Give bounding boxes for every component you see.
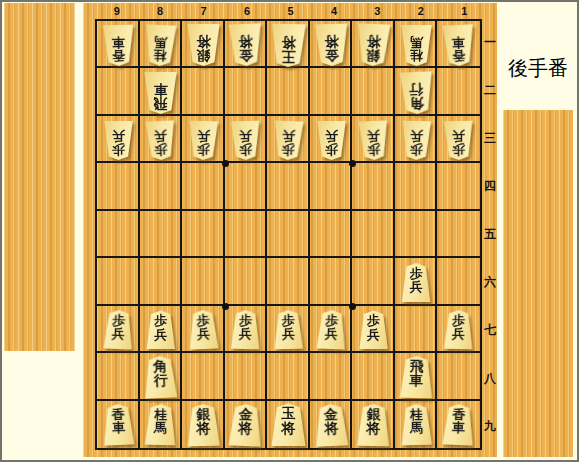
piece-kanji: 兵 (282, 327, 295, 341)
piece-kanji: 兵 (111, 327, 125, 341)
piece-kanji: 将 (324, 34, 338, 49)
shogi-piece-sente[interactable]: 歩兵 (401, 263, 432, 302)
shogi-piece-sente[interactable]: 桂馬 (144, 404, 178, 446)
file-label: 7 (182, 3, 225, 19)
shogi-piece-sente[interactable]: 歩兵 (315, 310, 348, 350)
piece-kanji: 行 (409, 81, 424, 96)
piece-kanji: 歩 (197, 142, 210, 156)
file-coordinate-labels: 987654321 (95, 3, 486, 19)
rank-coordinate-labels: 一二三四五六七八九 (483, 19, 497, 450)
pieces-layer: 香車桂馬銀将金将王将金将銀将桂馬香車飛車角行歩兵歩兵歩兵歩兵歩兵歩兵歩兵歩兵歩兵… (97, 21, 480, 448)
piece-kanji: 兵 (410, 280, 423, 293)
piece-kanji: 将 (282, 422, 296, 436)
rank-label: 一 (483, 19, 497, 67)
piece-kanji: 兵 (452, 129, 465, 143)
file-label: 2 (399, 3, 442, 19)
piece-face: 歩兵 (187, 310, 220, 350)
file-label: 6 (225, 3, 268, 19)
piece-face: 香車 (101, 24, 135, 66)
piece-kanji: 歩 (452, 142, 465, 156)
piece-face: 香車 (441, 404, 476, 446)
shogi-piece-gote[interactable]: 桂馬 (143, 24, 178, 66)
piece-kanji: 兵 (324, 327, 338, 341)
shogi-piece-sente[interactable]: 歩兵 (273, 310, 305, 350)
shogi-piece-sente[interactable]: 香車 (101, 404, 136, 446)
rank-label: 四 (483, 163, 497, 211)
piece-kanji: 歩 (325, 142, 338, 155)
piece-face: 歩兵 (443, 120, 475, 160)
rank-label: 八 (483, 354, 497, 402)
piece-kanji: 銀 (366, 48, 381, 63)
piece-face: 歩兵 (230, 310, 262, 350)
piece-kanji: 馬 (154, 421, 167, 435)
piece-face: 歩兵 (272, 120, 305, 160)
piece-kanji: 兵 (197, 129, 210, 143)
piece-kanji: 香 (112, 48, 125, 62)
piece-kanji: 歩 (409, 142, 422, 156)
piece-kanji: 車 (112, 421, 126, 435)
shogi-board: 987654321 一二三四五六七八九 香車桂馬銀将金将王将金将銀将桂馬香車飛車… (83, 3, 497, 457)
piece-kanji: 歩 (154, 314, 167, 327)
shogi-piece-gote[interactable]: 歩兵 (400, 120, 432, 160)
shogi-piece-sente[interactable]: 歩兵 (230, 310, 262, 350)
piece-face: 歩兵 (400, 120, 432, 160)
piece-kanji: 銀 (367, 408, 381, 423)
piece-face: 歩兵 (145, 120, 178, 160)
shogi-piece-sente[interactable]: 玉将 (270, 403, 307, 446)
shogi-piece-gote[interactable]: 歩兵 (272, 120, 305, 160)
shogi-piece-gote[interactable]: 王将 (270, 23, 308, 67)
piece-kanji: 行 (154, 374, 169, 389)
piece-kanji: 歩 (239, 142, 252, 156)
shogi-piece-sente[interactable]: 歩兵 (187, 310, 220, 350)
shogi-piece-sente[interactable]: 銀将 (356, 403, 392, 446)
piece-face: 桂馬 (399, 404, 433, 446)
shogi-piece-gote[interactable]: 銀将 (186, 24, 221, 66)
piece-kanji: 銀 (196, 48, 210, 62)
rank-label: 九 (483, 402, 497, 450)
gote-piece-stand[interactable] (4, 3, 75, 351)
piece-face: 歩兵 (443, 310, 475, 350)
star-point (349, 303, 356, 310)
piece-face: 金将 (228, 403, 265, 446)
shogi-piece-gote[interactable]: 歩兵 (357, 120, 390, 160)
piece-kanji: 銀 (196, 408, 210, 423)
piece-kanji: 将 (238, 422, 253, 437)
shogi-piece-sente[interactable]: 歩兵 (145, 310, 176, 349)
rank-label: 六 (483, 258, 497, 306)
piece-face: 香車 (101, 404, 136, 446)
piece-face: 歩兵 (145, 310, 176, 349)
piece-face: 桂馬 (400, 25, 433, 66)
piece-face: 飛車 (398, 356, 434, 399)
piece-face: 角行 (142, 356, 179, 399)
piece-face: 角行 (398, 71, 435, 114)
piece-face: 玉将 (270, 403, 307, 446)
file-label: 1 (443, 3, 486, 19)
piece-face: 歩兵 (315, 310, 348, 350)
piece-kanji: 兵 (239, 327, 252, 341)
piece-face: 金将 (313, 403, 350, 446)
piece-face: 王将 (270, 23, 308, 67)
shogi-piece-sente[interactable]: 銀将 (185, 403, 221, 446)
piece-face: 桂馬 (144, 404, 178, 446)
piece-kanji: 車 (452, 35, 466, 49)
piece-kanji: 兵 (367, 129, 381, 143)
piece-face: 銀将 (185, 403, 221, 446)
piece-face: 金将 (313, 24, 349, 67)
piece-face: 歩兵 (103, 121, 134, 160)
shogi-piece-gote[interactable]: 歩兵 (103, 121, 134, 160)
piece-face: 歩兵 (316, 121, 347, 160)
turn-indicator: 後手番 (497, 55, 579, 82)
piece-kanji: 車 (112, 35, 125, 49)
piece-kanji: 兵 (112, 129, 125, 142)
piece-kanji: 車 (154, 81, 168, 95)
piece-kanji: 歩 (281, 142, 295, 156)
piece-face: 金将 (228, 24, 265, 67)
file-label: 3 (356, 3, 399, 19)
shogi-app-window: 987654321 一二三四五六七八九 香車桂馬銀将金将王将金将銀将桂馬香車飛車… (0, 0, 579, 462)
piece-face: 桂馬 (143, 24, 178, 66)
piece-kanji: 馬 (410, 421, 423, 435)
piece-kanji: 兵 (154, 328, 167, 341)
shogi-piece-sente[interactable]: 金将 (313, 403, 350, 446)
shogi-piece-gote[interactable]: 金将 (228, 24, 265, 67)
piece-kanji: 将 (281, 34, 295, 49)
piece-kanji: 馬 (410, 35, 423, 48)
shogi-piece-sente[interactable]: 金将 (228, 403, 265, 446)
piece-kanji: 車 (452, 421, 466, 435)
shogi-piece-sente[interactable]: 香車 (441, 404, 476, 446)
shogi-piece-gote[interactable]: 歩兵 (443, 120, 475, 160)
shogi-piece-gote[interactable]: 銀将 (355, 24, 392, 67)
shogi-piece-gote[interactable]: 歩兵 (316, 121, 347, 160)
shogi-piece-gote[interactable]: 香車 (101, 24, 135, 66)
shogi-piece-gote[interactable]: 金将 (313, 24, 349, 67)
star-point (349, 160, 356, 167)
piece-kanji: 将 (238, 33, 253, 48)
piece-kanji: 金 (324, 48, 338, 63)
file-label: 9 (95, 3, 138, 19)
rank-label: 五 (483, 211, 497, 259)
piece-face: 歩兵 (357, 120, 390, 160)
piece-face: 歩兵 (102, 310, 135, 350)
shogi-piece-sente[interactable]: 歩兵 (443, 310, 475, 350)
piece-face: 歩兵 (358, 310, 389, 349)
piece-face: 銀将 (355, 24, 392, 67)
piece-kanji: 兵 (282, 129, 296, 143)
piece-kanji: 兵 (367, 328, 380, 341)
piece-kanji: 兵 (197, 327, 211, 341)
piece-kanji: 玉 (282, 407, 296, 421)
piece-kanji: 将 (196, 34, 210, 48)
shogi-piece-gote[interactable]: 桂馬 (400, 25, 433, 66)
piece-face: 飛車 (143, 72, 178, 114)
piece-face: 銀将 (356, 403, 392, 446)
piece-kanji: 兵 (410, 129, 423, 143)
piece-face: 歩兵 (401, 263, 432, 302)
piece-kanji: 兵 (154, 129, 168, 143)
shogi-piece-sente[interactable]: 角行 (142, 356, 179, 399)
shogi-piece-gote[interactable]: 歩兵 (187, 120, 219, 160)
piece-kanji: 将 (366, 422, 380, 437)
piece-face: 歩兵 (230, 120, 262, 160)
piece-face: 香車 (441, 24, 476, 66)
shogi-piece-gote[interactable]: 歩兵 (230, 120, 262, 160)
piece-kanji: 兵 (239, 129, 252, 143)
piece-face: 銀将 (186, 24, 221, 66)
rank-label: 三 (483, 115, 497, 163)
file-label: 4 (312, 3, 355, 19)
piece-kanji: 歩 (367, 314, 380, 327)
piece-kanji: 兵 (452, 327, 465, 341)
shogi-piece-sente[interactable]: 歩兵 (102, 310, 135, 350)
shogi-piece-gote[interactable]: 香車 (441, 24, 476, 66)
star-point (222, 303, 229, 310)
piece-face: 歩兵 (187, 120, 219, 160)
shogi-piece-sente[interactable]: 歩兵 (358, 310, 389, 349)
piece-kanji: 金 (239, 48, 254, 63)
file-label: 8 (138, 3, 181, 19)
piece-kanji: 馬 (154, 35, 168, 49)
piece-kanji: 歩 (367, 142, 381, 156)
shogi-piece-gote[interactable]: 飛車 (143, 72, 178, 114)
shogi-piece-sente[interactable]: 飛車 (398, 356, 434, 399)
piece-kanji: 将 (324, 422, 339, 437)
shogi-piece-sente[interactable]: 桂馬 (399, 404, 433, 446)
shogi-piece-gote[interactable]: 歩兵 (145, 120, 178, 160)
piece-face: 歩兵 (273, 310, 305, 350)
piece-kanji: 兵 (325, 129, 338, 142)
star-point (222, 160, 229, 167)
piece-kanji: 角 (409, 95, 424, 110)
piece-kanji: 歩 (410, 267, 423, 280)
piece-kanji: 桂 (410, 48, 423, 61)
piece-kanji: 香 (452, 48, 466, 62)
piece-kanji: 将 (196, 422, 210, 437)
piece-kanji: 桂 (154, 48, 168, 62)
sente-piece-stand[interactable] (503, 110, 573, 457)
piece-kanji: 王 (281, 48, 295, 63)
rank-label: 二 (483, 67, 497, 115)
piece-kanji: 車 (409, 374, 423, 389)
piece-kanji: 飛 (154, 95, 168, 109)
piece-kanji: 歩 (112, 142, 125, 155)
file-label: 5 (269, 3, 312, 19)
piece-kanji: 歩 (154, 142, 168, 156)
shogi-piece-gote[interactable]: 角行 (398, 71, 435, 114)
piece-kanji: 将 (367, 33, 382, 48)
rank-label: 七 (483, 306, 497, 354)
